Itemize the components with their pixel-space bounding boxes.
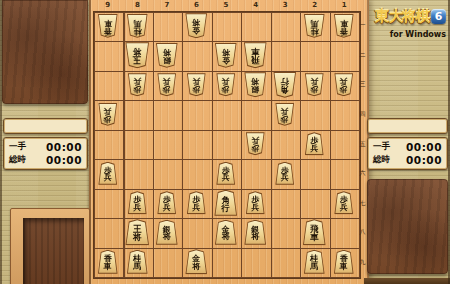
shogi-piece-gote[interactable]: 歩兵 xyxy=(334,73,353,96)
shogi-piece-gote[interactable]: 飛車 xyxy=(244,42,267,68)
shogi-piece-sente[interactable]: 桂馬 xyxy=(127,250,148,274)
shogi-piece-sente[interactable]: 飛車 xyxy=(303,219,326,245)
shogi-piece-gote[interactable]: 桂馬 xyxy=(304,14,325,38)
shogi-piece-gote[interactable]: 歩兵 xyxy=(128,73,147,96)
shogi-piece-sente[interactable]: 金将 xyxy=(215,220,237,245)
shogi-piece-sente[interactable]: 香車 xyxy=(98,250,118,274)
shogi-piece-gote[interactable]: 金将 xyxy=(215,43,237,68)
shogi-piece-gote[interactable]: 銀将 xyxy=(244,72,266,97)
shogi-piece-gote[interactable]: 香車 xyxy=(334,14,354,38)
shogi-piece-sente[interactable]: 歩兵 xyxy=(187,191,206,214)
shogi-piece-sente[interactable]: 歩兵 xyxy=(98,162,117,185)
shogi-piece-gote[interactable]: 角行 xyxy=(273,72,296,98)
shogi-piece-gote[interactable]: 桂馬 xyxy=(127,14,148,38)
shogi-piece-sente[interactable]: 香車 xyxy=(334,250,354,274)
window-edge-left xyxy=(0,0,2,284)
shogi-piece-sente[interactable]: 王将 xyxy=(125,219,149,245)
shogi-piece-sente[interactable]: 桂馬 xyxy=(304,250,325,274)
shogi-piece-gote[interactable]: 歩兵 xyxy=(157,73,176,96)
shogi-piece-sente[interactable]: 歩兵 xyxy=(246,191,265,214)
shogi-piece-sente[interactable]: 歩兵 xyxy=(334,191,353,214)
shogi-piece-sente[interactable]: 歩兵 xyxy=(216,162,235,185)
shogi-piece-sente[interactable]: 歩兵 xyxy=(305,132,324,155)
shogi-piece-sente[interactable]: 金将 xyxy=(185,249,207,274)
shogi-piece-sente[interactable]: 歩兵 xyxy=(128,191,147,214)
shogi-piece-sente[interactable]: 銀将 xyxy=(156,220,178,245)
shogi-piece-sente[interactable]: 銀将 xyxy=(244,220,266,245)
shogi-piece-gote[interactable]: 金将 xyxy=(185,13,207,38)
shogi-piece-gote[interactable]: 玉将 xyxy=(125,42,149,68)
shogi-piece-gote[interactable]: 歩兵 xyxy=(305,73,324,96)
app-window: 987654321 一二三四五六七八九 香車桂馬金将桂馬香車玉将銀将金将飛車歩兵… xyxy=(0,0,450,284)
shogi-piece-sente[interactable]: 角行 xyxy=(214,190,237,216)
shogi-piece-gote[interactable]: 歩兵 xyxy=(187,73,206,96)
pieces-layer: 香車桂馬金将桂馬香車玉将銀将金将飛車歩兵歩兵歩兵歩兵銀将角行歩兵歩兵歩兵歩兵歩兵… xyxy=(0,0,450,284)
shogi-piece-gote[interactable]: 歩兵 xyxy=(246,132,265,155)
shogi-piece-gote[interactable]: 香車 xyxy=(98,14,118,38)
shogi-piece-gote[interactable]: 歩兵 xyxy=(98,103,117,126)
shogi-piece-sente[interactable]: 歩兵 xyxy=(275,162,294,185)
shogi-piece-gote[interactable]: 歩兵 xyxy=(216,73,235,96)
shogi-piece-gote[interactable]: 歩兵 xyxy=(275,103,294,126)
shogi-piece-gote[interactable]: 銀将 xyxy=(156,43,178,68)
shogi-piece-sente[interactable]: 歩兵 xyxy=(157,191,176,214)
